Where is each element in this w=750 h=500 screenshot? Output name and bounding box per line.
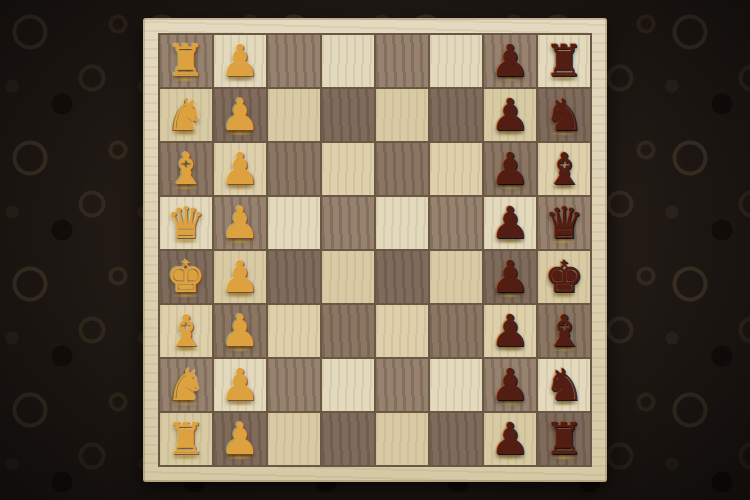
square-g4[interactable] xyxy=(322,359,374,411)
square-g6[interactable] xyxy=(430,359,482,411)
piece-white-king[interactable]: ♚ xyxy=(166,251,205,303)
square-a3[interactable] xyxy=(268,35,320,87)
square-b7[interactable]: ♟ xyxy=(484,89,536,141)
square-h2[interactable]: ♟ xyxy=(214,413,266,465)
piece-white-pawn[interactable]: ♟ xyxy=(220,197,259,249)
piece-red-knight[interactable]: ♞ xyxy=(544,359,583,411)
square-d8[interactable]: ♛ xyxy=(538,197,590,249)
square-c4[interactable] xyxy=(322,143,374,195)
square-d7[interactable]: ♟ xyxy=(484,197,536,249)
square-a2[interactable]: ♟ xyxy=(214,35,266,87)
square-b3[interactable] xyxy=(268,89,320,141)
square-e8[interactable]: ♚ xyxy=(538,251,590,303)
square-h6[interactable] xyxy=(430,413,482,465)
piece-red-pawn[interactable]: ♟ xyxy=(490,197,529,249)
piece-red-pawn[interactable]: ♟ xyxy=(490,413,529,465)
board-frame: ♜♟♟♜♞♟♟♞♝♟♟♝♛♟♟♛♚♟♟♚♝♟♟♝♞♟♟♞♜♟♟♜ xyxy=(143,18,607,482)
square-c3[interactable] xyxy=(268,143,320,195)
piece-white-pawn[interactable]: ♟ xyxy=(220,35,259,87)
square-g2[interactable]: ♟ xyxy=(214,359,266,411)
piece-white-bishop[interactable]: ♝ xyxy=(166,143,205,195)
square-c8[interactable]: ♝ xyxy=(538,143,590,195)
square-g7[interactable]: ♟ xyxy=(484,359,536,411)
piece-white-knight[interactable]: ♞ xyxy=(166,89,205,141)
square-f8[interactable]: ♝ xyxy=(538,305,590,357)
square-b8[interactable]: ♞ xyxy=(538,89,590,141)
piece-red-bishop[interactable]: ♝ xyxy=(544,143,583,195)
square-h7[interactable]: ♟ xyxy=(484,413,536,465)
piece-white-pawn[interactable]: ♟ xyxy=(220,305,259,357)
square-a6[interactable] xyxy=(430,35,482,87)
chess-board: ♜♟♟♜♞♟♟♞♝♟♟♝♛♟♟♛♚♟♟♚♝♟♟♝♞♟♟♞♜♟♟♜ xyxy=(158,33,592,467)
square-e7[interactable]: ♟ xyxy=(484,251,536,303)
square-d5[interactable] xyxy=(376,197,428,249)
square-a8[interactable]: ♜ xyxy=(538,35,590,87)
square-e4[interactable] xyxy=(322,251,374,303)
square-d3[interactable] xyxy=(268,197,320,249)
carved-table-background: ♜♟♟♜♞♟♟♞♝♟♟♝♛♟♟♛♚♟♟♚♝♟♟♝♞♟♟♞♜♟♟♜ xyxy=(0,0,750,500)
square-f3[interactable] xyxy=(268,305,320,357)
square-g3[interactable] xyxy=(268,359,320,411)
piece-white-bishop[interactable]: ♝ xyxy=(166,305,205,357)
square-e6[interactable] xyxy=(430,251,482,303)
piece-white-pawn[interactable]: ♟ xyxy=(220,143,259,195)
piece-red-pawn[interactable]: ♟ xyxy=(490,359,529,411)
square-d6[interactable] xyxy=(430,197,482,249)
piece-red-pawn[interactable]: ♟ xyxy=(490,89,529,141)
piece-red-pawn[interactable]: ♟ xyxy=(490,143,529,195)
piece-red-rook[interactable]: ♜ xyxy=(544,35,583,87)
square-c6[interactable] xyxy=(430,143,482,195)
square-f5[interactable] xyxy=(376,305,428,357)
square-g5[interactable] xyxy=(376,359,428,411)
square-a7[interactable]: ♟ xyxy=(484,35,536,87)
board-area: ♜♟♟♜♞♟♟♞♝♟♟♝♛♟♟♛♚♟♟♚♝♟♟♝♞♟♟♞♜♟♟♜ xyxy=(143,18,607,482)
square-f2[interactable]: ♟ xyxy=(214,305,266,357)
square-f4[interactable] xyxy=(322,305,374,357)
square-h3[interactable] xyxy=(268,413,320,465)
square-a4[interactable] xyxy=(322,35,374,87)
piece-white-rook[interactable]: ♜ xyxy=(166,413,205,465)
piece-red-pawn[interactable]: ♟ xyxy=(490,305,529,357)
piece-red-queen[interactable]: ♛ xyxy=(544,197,583,249)
piece-red-pawn[interactable]: ♟ xyxy=(490,35,529,87)
piece-white-knight[interactable]: ♞ xyxy=(166,359,205,411)
piece-red-knight[interactable]: ♞ xyxy=(544,89,583,141)
square-a5[interactable] xyxy=(376,35,428,87)
square-f6[interactable] xyxy=(430,305,482,357)
piece-white-pawn[interactable]: ♟ xyxy=(220,359,259,411)
square-c5[interactable] xyxy=(376,143,428,195)
square-h4[interactable] xyxy=(322,413,374,465)
square-d4[interactable] xyxy=(322,197,374,249)
square-g8[interactable]: ♞ xyxy=(538,359,590,411)
square-b5[interactable] xyxy=(376,89,428,141)
square-c1[interactable]: ♝ xyxy=(160,143,212,195)
piece-red-pawn[interactable]: ♟ xyxy=(490,251,529,303)
piece-white-pawn[interactable]: ♟ xyxy=(220,413,259,465)
square-f7[interactable]: ♟ xyxy=(484,305,536,357)
piece-white-queen[interactable]: ♛ xyxy=(166,197,205,249)
square-e1[interactable]: ♚ xyxy=(160,251,212,303)
square-b1[interactable]: ♞ xyxy=(160,89,212,141)
square-g1[interactable]: ♞ xyxy=(160,359,212,411)
square-f1[interactable]: ♝ xyxy=(160,305,212,357)
square-d1[interactable]: ♛ xyxy=(160,197,212,249)
square-d2[interactable]: ♟ xyxy=(214,197,266,249)
piece-white-pawn[interactable]: ♟ xyxy=(220,251,259,303)
square-b4[interactable] xyxy=(322,89,374,141)
square-h8[interactable]: ♜ xyxy=(538,413,590,465)
square-h1[interactable]: ♜ xyxy=(160,413,212,465)
square-e2[interactable]: ♟ xyxy=(214,251,266,303)
square-e5[interactable] xyxy=(376,251,428,303)
square-b6[interactable] xyxy=(430,89,482,141)
square-b2[interactable]: ♟ xyxy=(214,89,266,141)
piece-white-rook[interactable]: ♜ xyxy=(166,35,205,87)
piece-red-king[interactable]: ♚ xyxy=(544,251,583,303)
square-e3[interactable] xyxy=(268,251,320,303)
piece-white-pawn[interactable]: ♟ xyxy=(220,89,259,141)
square-h5[interactable] xyxy=(376,413,428,465)
piece-red-rook[interactable]: ♜ xyxy=(544,413,583,465)
square-c7[interactable]: ♟ xyxy=(484,143,536,195)
square-a1[interactable]: ♜ xyxy=(160,35,212,87)
piece-red-bishop[interactable]: ♝ xyxy=(544,305,583,357)
square-c2[interactable]: ♟ xyxy=(214,143,266,195)
